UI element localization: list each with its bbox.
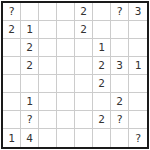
cell-r2c1[interactable]: 2 bbox=[3, 21, 21, 39]
cell-r8c2[interactable]: 4 bbox=[21, 129, 39, 147]
cell-r6c7[interactable]: 2 bbox=[111, 93, 129, 111]
puzzle-grid: ?2?3212212231212?2?14? bbox=[1, 1, 149, 149]
cell-r1c8[interactable]: 3 bbox=[129, 3, 147, 21]
cell-r1c3[interactable] bbox=[39, 3, 57, 21]
cell-r2c2[interactable]: 1 bbox=[21, 21, 39, 39]
cell-r2c4[interactable] bbox=[57, 21, 75, 39]
cell-r7c1[interactable] bbox=[3, 111, 21, 129]
cell-r3c5[interactable] bbox=[75, 39, 93, 57]
cell-r6c2[interactable]: 1 bbox=[21, 93, 39, 111]
cell-r1c2[interactable] bbox=[21, 3, 39, 21]
cell-r4c3[interactable] bbox=[39, 57, 57, 75]
cell-r5c2[interactable] bbox=[21, 75, 39, 93]
cell-r4c1[interactable] bbox=[3, 57, 21, 75]
cell-r5c3[interactable] bbox=[39, 75, 57, 93]
cell-r7c4[interactable] bbox=[57, 111, 75, 129]
cell-r5c4[interactable] bbox=[57, 75, 75, 93]
cell-r8c1[interactable]: 1 bbox=[3, 129, 21, 147]
cell-r5c1[interactable] bbox=[3, 75, 21, 93]
cell-r5c6[interactable]: 2 bbox=[93, 75, 111, 93]
cell-r6c5[interactable] bbox=[75, 93, 93, 111]
cell-r1c6[interactable] bbox=[93, 3, 111, 21]
cell-r8c3[interactable] bbox=[39, 129, 57, 147]
cell-r8c5[interactable] bbox=[75, 129, 93, 147]
cell-r6c4[interactable] bbox=[57, 93, 75, 111]
cell-r3c3[interactable] bbox=[39, 39, 57, 57]
cell-r5c5[interactable] bbox=[75, 75, 93, 93]
cell-r4c2[interactable]: 2 bbox=[21, 57, 39, 75]
cell-r3c1[interactable] bbox=[3, 39, 21, 57]
cell-r3c4[interactable] bbox=[57, 39, 75, 57]
cell-r2c8[interactable] bbox=[129, 21, 147, 39]
cell-r8c4[interactable] bbox=[57, 129, 75, 147]
cell-r3c8[interactable] bbox=[129, 39, 147, 57]
cell-r3c7[interactable] bbox=[111, 39, 129, 57]
cell-r1c7[interactable]: ? bbox=[111, 3, 129, 21]
cell-r4c7[interactable]: 3 bbox=[111, 57, 129, 75]
cell-r8c8[interactable]: ? bbox=[129, 129, 147, 147]
cell-r1c1[interactable]: ? bbox=[3, 3, 21, 21]
cell-r6c1[interactable] bbox=[3, 93, 21, 111]
cell-r7c3[interactable] bbox=[39, 111, 57, 129]
cell-r1c5[interactable]: 2 bbox=[75, 3, 93, 21]
cell-r3c2[interactable]: 2 bbox=[21, 39, 39, 57]
cell-r2c7[interactable] bbox=[111, 21, 129, 39]
cell-r5c7[interactable] bbox=[111, 75, 129, 93]
cell-r7c6[interactable]: 2 bbox=[93, 111, 111, 129]
cell-r7c7[interactable]: ? bbox=[111, 111, 129, 129]
cell-r4c8[interactable]: 1 bbox=[129, 57, 147, 75]
cell-r6c8[interactable] bbox=[129, 93, 147, 111]
cell-r6c6[interactable] bbox=[93, 93, 111, 111]
cell-r8c7[interactable] bbox=[111, 129, 129, 147]
cell-r4c4[interactable] bbox=[57, 57, 75, 75]
cell-r3c6[interactable]: 1 bbox=[93, 39, 111, 57]
cell-r2c3[interactable] bbox=[39, 21, 57, 39]
cell-r2c5[interactable]: 2 bbox=[75, 21, 93, 39]
cell-r7c2[interactable]: ? bbox=[21, 111, 39, 129]
cell-r7c8[interactable] bbox=[129, 111, 147, 129]
cell-r2c6[interactable] bbox=[93, 21, 111, 39]
cell-r7c5[interactable] bbox=[75, 111, 93, 129]
cell-r1c4[interactable] bbox=[57, 3, 75, 21]
cell-r4c5[interactable] bbox=[75, 57, 93, 75]
cell-r6c3[interactable] bbox=[39, 93, 57, 111]
cell-r4c6[interactable]: 2 bbox=[93, 57, 111, 75]
cell-r8c6[interactable] bbox=[93, 129, 111, 147]
cell-r5c8[interactable] bbox=[129, 75, 147, 93]
